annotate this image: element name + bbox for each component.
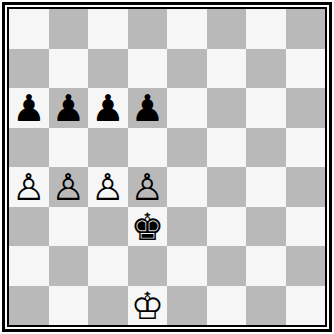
square-f1[interactable] <box>207 286 247 326</box>
black-king-d3: ♚ <box>131 209 164 246</box>
square-h7[interactable] <box>286 49 326 89</box>
square-c3[interactable] <box>88 207 128 247</box>
square-f4[interactable] <box>207 167 247 207</box>
square-a2[interactable] <box>9 246 49 286</box>
black-pawn-d6: ♟ <box>131 90 164 127</box>
square-g7[interactable] <box>246 49 286 89</box>
square-g4[interactable] <box>246 167 286 207</box>
square-a7[interactable] <box>9 49 49 89</box>
square-c7[interactable] <box>88 49 128 89</box>
square-h6[interactable] <box>286 88 326 128</box>
square-e5[interactable] <box>167 128 207 168</box>
white-pawn-d4: ♙ <box>131 169 164 206</box>
square-b1[interactable] <box>49 286 89 326</box>
square-c6[interactable]: ♟ <box>88 88 128 128</box>
square-b5[interactable] <box>49 128 89 168</box>
square-a8[interactable] <box>9 9 49 49</box>
square-b7[interactable] <box>49 49 89 89</box>
chess-board: ♟♟♟♟♙♙♙♙♚♔ <box>7 7 327 327</box>
square-f8[interactable] <box>207 9 247 49</box>
square-g5[interactable] <box>246 128 286 168</box>
square-c1[interactable] <box>88 286 128 326</box>
square-d8[interactable] <box>128 9 168 49</box>
square-d3[interactable]: ♚ <box>128 207 168 247</box>
square-e2[interactable] <box>167 246 207 286</box>
square-f3[interactable] <box>207 207 247 247</box>
square-d4[interactable]: ♙ <box>128 167 168 207</box>
square-b3[interactable] <box>49 207 89 247</box>
white-pawn-a4: ♙ <box>12 169 45 206</box>
square-e7[interactable] <box>167 49 207 89</box>
square-c4[interactable]: ♙ <box>88 167 128 207</box>
square-g6[interactable] <box>246 88 286 128</box>
black-pawn-c6: ♟ <box>91 90 124 127</box>
white-pawn-c4: ♙ <box>91 169 124 206</box>
square-e6[interactable] <box>167 88 207 128</box>
square-b4[interactable]: ♙ <box>49 167 89 207</box>
square-c8[interactable] <box>88 9 128 49</box>
black-pawn-a6: ♟ <box>12 90 45 127</box>
square-c5[interactable] <box>88 128 128 168</box>
white-king-d1: ♔ <box>131 288 164 325</box>
square-a4[interactable]: ♙ <box>9 167 49 207</box>
square-g3[interactable] <box>246 207 286 247</box>
board-frame: ♟♟♟♟♙♙♙♙♚♔ <box>2 2 332 332</box>
square-a3[interactable] <box>9 207 49 247</box>
square-h4[interactable] <box>286 167 326 207</box>
square-a6[interactable]: ♟ <box>9 88 49 128</box>
square-e1[interactable] <box>167 286 207 326</box>
square-e4[interactable] <box>167 167 207 207</box>
square-b8[interactable] <box>49 9 89 49</box>
square-a5[interactable] <box>9 128 49 168</box>
square-f6[interactable] <box>207 88 247 128</box>
square-f2[interactable] <box>207 246 247 286</box>
square-d7[interactable] <box>128 49 168 89</box>
square-f7[interactable] <box>207 49 247 89</box>
square-h5[interactable] <box>286 128 326 168</box>
square-e3[interactable] <box>167 207 207 247</box>
square-d6[interactable]: ♟ <box>128 88 168 128</box>
square-b6[interactable]: ♟ <box>49 88 89 128</box>
square-f5[interactable] <box>207 128 247 168</box>
square-h8[interactable] <box>286 9 326 49</box>
square-h3[interactable] <box>286 207 326 247</box>
square-g2[interactable] <box>246 246 286 286</box>
square-h2[interactable] <box>286 246 326 286</box>
square-a1[interactable] <box>9 286 49 326</box>
square-e8[interactable] <box>167 9 207 49</box>
square-g1[interactable] <box>246 286 286 326</box>
square-h1[interactable] <box>286 286 326 326</box>
white-pawn-b4: ♙ <box>52 169 85 206</box>
square-d1[interactable]: ♔ <box>128 286 168 326</box>
square-d5[interactable] <box>128 128 168 168</box>
chess-diagram-page: ♟♟♟♟♙♙♙♙♚♔ <box>0 0 334 334</box>
square-g8[interactable] <box>246 9 286 49</box>
square-b2[interactable] <box>49 246 89 286</box>
square-d2[interactable] <box>128 246 168 286</box>
black-pawn-b6: ♟ <box>52 90 85 127</box>
square-c2[interactable] <box>88 246 128 286</box>
